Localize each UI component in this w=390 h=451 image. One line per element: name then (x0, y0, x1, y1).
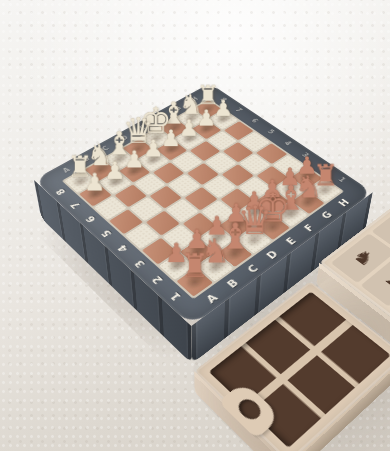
piece-shadow (184, 243, 210, 262)
piece-shadow (68, 173, 92, 189)
square-b7: ♟ (99, 172, 131, 194)
bishop-silhouette: ♝ (378, 268, 390, 293)
piece-shadow (222, 244, 248, 264)
piece-shadow (204, 230, 230, 249)
piece-shadow (296, 194, 320, 211)
piece-shadow (163, 121, 185, 135)
piece-shadow (278, 181, 302, 198)
piece-shadow (163, 256, 190, 276)
chess-case: 87654321 ABCDEFGH ABCDEFGH 87654321 ♜♞♝♛… (34, 83, 373, 326)
piece-shadow (103, 175, 127, 191)
piece-shadow (181, 272, 208, 293)
piece-shadow (260, 193, 284, 210)
square-f2: ♟ (256, 190, 289, 213)
piece-shadow (260, 218, 285, 236)
piece-shadow (202, 258, 228, 278)
piece-shadow (242, 205, 267, 223)
piece-shadow (160, 142, 183, 157)
piece-shadow (88, 162, 112, 178)
piece-shadow (223, 217, 248, 235)
piece-shadow (278, 206, 303, 224)
piece-shadow (195, 122, 217, 136)
knight-silhouette: ♞ (348, 246, 379, 270)
piece-shadow (241, 231, 267, 250)
scene: 87654321 ABCDEFGH ABCDEFGH 87654321 ♜♞♝♛… (0, 0, 390, 451)
